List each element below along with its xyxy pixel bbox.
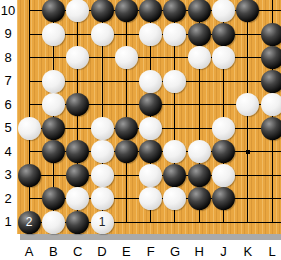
white-stone	[163, 140, 186, 163]
intersection-H6[interactable]	[187, 93, 211, 117]
intersection-F4[interactable]	[138, 140, 162, 164]
black-stone	[261, 46, 281, 69]
intersection-C7[interactable]	[66, 70, 90, 94]
white-stone	[42, 93, 65, 116]
white-stone	[139, 117, 162, 140]
intersection-C2[interactable]	[66, 187, 90, 211]
row-label-8: 8	[0, 51, 16, 65]
intersection-B1[interactable]	[41, 211, 65, 235]
white-stone	[212, 117, 235, 140]
intersection-K5[interactable]	[236, 117, 260, 141]
intersection-G10[interactable]	[163, 0, 187, 23]
intersection-E7[interactable]	[114, 70, 138, 94]
intersection-C1[interactable]	[66, 211, 90, 235]
white-stone	[91, 23, 114, 46]
intersection-A1[interactable]: 2	[17, 211, 41, 235]
black-stone	[163, 0, 186, 22]
intersection-A6[interactable]	[17, 93, 41, 117]
intersection-G3[interactable]	[163, 164, 187, 188]
intersection-D3[interactable]	[90, 164, 114, 188]
intersection-C6[interactable]	[66, 93, 90, 117]
black-stone	[115, 140, 138, 163]
intersection-L6[interactable]	[260, 93, 281, 117]
intersection-L4[interactable]	[260, 140, 281, 164]
intersection-H9[interactable]	[187, 23, 211, 47]
intersection-F3[interactable]	[138, 164, 162, 188]
intersection-D10[interactable]	[90, 0, 114, 23]
black-stone	[139, 140, 162, 163]
intersection-F9[interactable]	[138, 23, 162, 47]
white-stone	[212, 46, 235, 69]
intersection-F6[interactable]	[138, 93, 162, 117]
white-stone	[163, 70, 186, 93]
star-point	[246, 150, 250, 154]
intersection-G9[interactable]	[163, 23, 187, 47]
intersection-C9[interactable]	[66, 23, 90, 47]
white-stone	[18, 117, 41, 140]
white-stone	[66, 187, 89, 210]
intersection-A10[interactable]	[17, 0, 41, 23]
intersection-G8[interactable]	[163, 46, 187, 70]
intersection-A8[interactable]	[17, 46, 41, 70]
intersection-D5[interactable]	[90, 117, 114, 141]
intersection-D8[interactable]	[90, 46, 114, 70]
intersection-G5[interactable]	[163, 117, 187, 141]
row-label-6: 6	[0, 98, 16, 112]
intersection-C3[interactable]	[66, 164, 90, 188]
intersection-H3[interactable]	[187, 164, 211, 188]
intersection-J2[interactable]	[211, 187, 235, 211]
intersection-L7[interactable]	[260, 70, 281, 94]
intersection-B4[interactable]	[41, 140, 65, 164]
row-label-7: 7	[0, 74, 16, 88]
black-stone	[163, 164, 186, 187]
intersection-D2[interactable]	[90, 187, 114, 211]
intersection-A3[interactable]	[17, 164, 41, 188]
black-stone	[66, 211, 89, 234]
black-stone	[212, 187, 235, 210]
black-stone	[188, 23, 211, 46]
col-label-A: A	[19, 245, 39, 259]
intersection-D7[interactable]	[90, 70, 114, 94]
intersection-A9[interactable]	[17, 23, 41, 47]
black-stone	[66, 93, 89, 116]
intersection-K3[interactable]	[236, 164, 260, 188]
white-stone	[42, 211, 65, 234]
black-stone	[261, 117, 281, 140]
intersection-F5[interactable]	[138, 117, 162, 141]
white-stone	[261, 93, 281, 116]
intersection-D9[interactable]	[90, 23, 114, 47]
intersection-G7[interactable]	[163, 70, 187, 94]
intersection-E1[interactable]	[114, 211, 138, 235]
intersection-H4[interactable]	[187, 140, 211, 164]
black-stone	[236, 0, 259, 22]
intersection-E6[interactable]	[114, 93, 138, 117]
black-stone	[261, 23, 281, 46]
col-label-H: H	[189, 245, 209, 259]
row-label-9: 9	[0, 27, 16, 41]
black-stone	[261, 70, 281, 93]
intersection-L10[interactable]	[260, 0, 281, 23]
move-number: 2	[26, 216, 33, 228]
intersection-H5[interactable]	[187, 117, 211, 141]
intersection-J1[interactable]	[211, 211, 235, 235]
white-stone	[42, 23, 65, 46]
intersection-K4[interactable]	[236, 140, 260, 164]
intersection-B10[interactable]	[41, 0, 65, 23]
intersection-H7[interactable]	[187, 70, 211, 94]
white-stone	[188, 140, 211, 163]
intersection-A2[interactable]	[17, 187, 41, 211]
intersection-A7[interactable]	[17, 70, 41, 94]
white-stone	[163, 187, 186, 210]
intersection-E5[interactable]	[114, 117, 138, 141]
intersection-F10[interactable]	[138, 0, 162, 23]
intersection-J8[interactable]	[211, 46, 235, 70]
white-stone	[91, 117, 114, 140]
intersection-L5[interactable]	[260, 117, 281, 141]
board-grid: 21	[17, 0, 281, 234]
intersection-J9[interactable]	[211, 23, 235, 47]
intersection-G4[interactable]	[163, 140, 187, 164]
intersection-C5[interactable]	[66, 117, 90, 141]
intersection-H10[interactable]	[187, 0, 211, 23]
intersection-J3[interactable]	[211, 164, 235, 188]
intersection-L2[interactable]	[260, 187, 281, 211]
intersection-A4[interactable]	[17, 140, 41, 164]
col-label-F: F	[141, 245, 161, 259]
col-label-B: B	[43, 245, 63, 259]
col-label-D: D	[92, 245, 112, 259]
intersection-J10[interactable]	[211, 0, 235, 23]
intersection-K10[interactable]	[236, 0, 260, 23]
black-stone	[66, 164, 89, 187]
black-stone	[139, 0, 162, 22]
white-stone	[42, 70, 65, 93]
white-stone	[66, 0, 89, 22]
board-shadow	[20, 234, 281, 240]
white-stone	[115, 46, 138, 69]
intersection-H2[interactable]	[187, 187, 211, 211]
black-stone	[66, 140, 89, 163]
intersection-E10[interactable]	[114, 0, 138, 23]
intersection-J4[interactable]	[211, 140, 235, 164]
intersection-B2[interactable]	[41, 187, 65, 211]
intersection-F7[interactable]	[138, 70, 162, 94]
intersection-J5[interactable]	[211, 117, 235, 141]
white-stone	[139, 70, 162, 93]
intersection-D4[interactable]	[90, 140, 114, 164]
intersection-E9[interactable]	[114, 23, 138, 47]
intersection-K6[interactable]	[236, 93, 260, 117]
intersection-J7[interactable]	[211, 70, 235, 94]
white-stone	[212, 0, 235, 22]
intersection-K8[interactable]	[236, 46, 260, 70]
black-stone	[115, 0, 138, 22]
intersection-D1[interactable]: 1	[90, 211, 114, 235]
intersection-E3[interactable]	[114, 164, 138, 188]
intersection-L9[interactable]	[260, 23, 281, 47]
intersection-K7[interactable]	[236, 70, 260, 94]
intersection-B6[interactable]	[41, 93, 65, 117]
black-stone	[42, 117, 65, 140]
intersection-K9[interactable]	[236, 23, 260, 47]
intersection-D6[interactable]	[90, 93, 114, 117]
intersection-F8[interactable]	[138, 46, 162, 70]
intersection-J6[interactable]	[211, 93, 235, 117]
white-stone	[139, 164, 162, 187]
intersection-G1[interactable]	[163, 211, 187, 235]
intersection-B9[interactable]	[41, 23, 65, 47]
intersection-E8[interactable]	[114, 46, 138, 70]
go-board: 21	[17, 0, 281, 234]
intersection-F1[interactable]	[138, 211, 162, 235]
intersection-L3[interactable]	[260, 164, 281, 188]
col-label-G: G	[165, 245, 185, 259]
intersection-E2[interactable]	[114, 187, 138, 211]
white-stone	[188, 46, 211, 69]
intersection-E4[interactable]	[114, 140, 138, 164]
white-stone	[139, 23, 162, 46]
intersection-C4[interactable]	[66, 140, 90, 164]
row-label-3: 3	[0, 168, 16, 182]
black-stone	[115, 117, 138, 140]
white-stone	[66, 46, 89, 69]
white-stone	[91, 164, 114, 187]
intersection-B3[interactable]	[41, 164, 65, 188]
black-stone	[139, 93, 162, 116]
white-stone	[91, 140, 114, 163]
intersection-L8[interactable]	[260, 46, 281, 70]
col-label-C: C	[68, 245, 88, 259]
intersection-H1[interactable]	[187, 211, 211, 235]
black-stone	[42, 140, 65, 163]
black-stone	[188, 164, 211, 187]
intersection-B5[interactable]	[41, 117, 65, 141]
row-label-2: 2	[0, 192, 16, 206]
white-stone: 1	[91, 211, 114, 234]
row-label-1: 1	[0, 215, 16, 229]
move-number: 1	[99, 216, 106, 228]
black-stone	[91, 0, 114, 22]
go-board-view: 21 10987654321 ABCDEFGHJKL	[0, 0, 281, 260]
col-label-J: J	[214, 245, 234, 259]
black-stone	[188, 0, 211, 22]
intersection-H8[interactable]	[187, 46, 211, 70]
intersection-B7[interactable]	[41, 70, 65, 94]
row-label-5: 5	[0, 121, 16, 135]
intersection-C8[interactable]	[66, 46, 90, 70]
intersection-L1[interactable]	[260, 211, 281, 235]
col-label-E: E	[116, 245, 136, 259]
white-stone	[236, 93, 259, 116]
black-stone	[18, 164, 41, 187]
black-stone	[42, 187, 65, 210]
white-stone	[163, 23, 186, 46]
white-stone	[91, 187, 114, 210]
intersection-K1[interactable]	[236, 211, 260, 235]
white-stone	[139, 187, 162, 210]
intersection-F2[interactable]	[138, 187, 162, 211]
black-stone: 2	[18, 211, 41, 234]
intersection-K2[interactable]	[236, 187, 260, 211]
intersection-C10[interactable]	[66, 0, 90, 23]
white-stone	[212, 164, 235, 187]
black-stone	[212, 23, 235, 46]
intersection-A5[interactable]	[17, 117, 41, 141]
black-stone	[188, 187, 211, 210]
intersection-G2[interactable]	[163, 187, 187, 211]
intersection-G6[interactable]	[163, 93, 187, 117]
row-label-10: 10	[0, 4, 16, 18]
black-stone	[42, 0, 65, 22]
black-stone	[212, 140, 235, 163]
row-label-4: 4	[0, 145, 16, 159]
intersection-B8[interactable]	[41, 46, 65, 70]
col-label-L: L	[262, 245, 281, 259]
col-label-K: K	[238, 245, 258, 259]
